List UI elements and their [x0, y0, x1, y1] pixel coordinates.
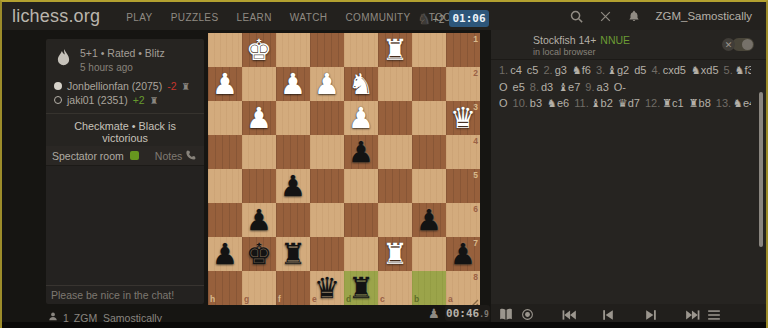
piece-white-pawn: ♟ [208, 67, 242, 101]
notifications-bell-icon[interactable] [627, 9, 641, 24]
rank-label: 7 [473, 239, 478, 248]
square-d2[interactable]: ♞ [344, 67, 378, 101]
piece-white-pawn: ♟ [276, 67, 310, 101]
piece-white-pawn: ♟ [242, 101, 276, 135]
menu-watch[interactable]: WATCH [290, 12, 328, 23]
move-number: 4. [651, 64, 660, 76]
piece-black-rook: ♜ [276, 237, 310, 271]
move-10-black[interactable]: ♞e6 [547, 97, 569, 109]
square-d5[interactable] [344, 169, 378, 203]
material-score: +2 [433, 13, 445, 25]
tab-spectator-room[interactable]: Spectator room [52, 150, 139, 162]
square-f4[interactable] [276, 135, 310, 169]
move-number: 10. [513, 97, 528, 109]
clock-tenths: .9 [479, 310, 489, 319]
move-1-white[interactable]: c4 [510, 64, 522, 76]
piece-black-pawn: ♟ [242, 203, 276, 237]
piece-black-pawn: ♟ [276, 169, 310, 203]
move-number: 3. [596, 64, 605, 76]
menu-play[interactable]: PLAY [126, 12, 152, 23]
square-b1[interactable] [412, 33, 446, 67]
top-player-clock: 01:06 [449, 10, 489, 27]
square-b8[interactable]: b [412, 271, 446, 305]
move-12-black[interactable]: ♜b8 [689, 97, 711, 109]
square-f3[interactable] [276, 101, 310, 135]
menu-puzzles[interactable]: PUZZLES [171, 12, 219, 23]
engine-nnue-label: NNUE [600, 34, 630, 46]
square-f5[interactable]: ♟ [276, 169, 310, 203]
file-label: e [312, 295, 317, 304]
toggle-pill[interactable] [732, 38, 754, 51]
square-c5[interactable] [378, 169, 412, 203]
black-rating-change: +2 [133, 94, 145, 106]
move-8-black[interactable]: ♝e7 [558, 81, 580, 93]
phone-icon[interactable] [185, 149, 197, 163]
square-h8[interactable]: h [208, 271, 242, 305]
square-f2[interactable]: ♟ [276, 67, 310, 101]
challenges-icon[interactable] [599, 10, 612, 23]
search-icon[interactable] [569, 9, 584, 24]
square-f6[interactable] [276, 203, 310, 237]
square-d4[interactable]: ♟ [344, 135, 378, 169]
square-f7[interactable]: ♜ [276, 237, 310, 271]
menu-community[interactable]: COMMUNITY [345, 12, 410, 23]
square-a6[interactable]: 6 [446, 203, 480, 237]
move-number: 11. [574, 97, 588, 109]
square-e4[interactable] [310, 135, 344, 169]
move-2-black[interactable]: ♞f6 [572, 64, 591, 76]
captured-knight-icon: ♞ [418, 11, 431, 27]
square-e6[interactable] [310, 203, 344, 237]
move-2-white[interactable]: g3 [555, 64, 567, 76]
move-9-white[interactable]: a3 [597, 81, 609, 93]
engine-name: Stockfish 14+ [533, 34, 596, 46]
move-8-white[interactable]: d3 [541, 81, 553, 93]
square-h1[interactable] [208, 33, 242, 67]
chat-tabs: Spectator room Notes [46, 146, 204, 166]
square-h7[interactable]: ♟ [208, 237, 242, 271]
square-h2[interactable]: ♟ [208, 67, 242, 101]
move-number: 13. [716, 97, 731, 109]
chess-board: ♚♜1♟♟♟♞2♟♟♛3♟4♟5♟♟6♟♚♜♜♟7hgf♛e♜dcba8 [208, 33, 480, 305]
piece-white-knight: ♞ [344, 67, 378, 101]
chat-box: Spectator room Notes Please be nice in t… [46, 146, 204, 304]
file-label: h [210, 295, 215, 304]
top-navbar: lichess.org PLAYPUZZLESLEARNWATCHCOMMUNI… [2, 2, 766, 30]
move-number: 1. [499, 64, 508, 76]
square-d8[interactable]: ♜d [344, 271, 378, 305]
move-4-black[interactable]: ♞xd5 [691, 64, 719, 76]
black-color-icon [54, 96, 62, 104]
engine-toggle[interactable]: ✕ [722, 38, 754, 51]
square-d3[interactable]: ♟ [344, 101, 378, 135]
rank-label: 3 [473, 103, 478, 112]
square-e5[interactable] [310, 169, 344, 203]
square-a4[interactable]: 4 [446, 135, 480, 169]
tab-notes[interactable]: Notes [155, 150, 182, 162]
square-f8[interactable]: f [276, 271, 310, 305]
move-11-black[interactable]: ♛d7 [618, 97, 640, 109]
square-h3[interactable] [208, 101, 242, 135]
engine-header: Stockfish 14+NNUE in local browser ✕ [491, 30, 766, 60]
piece-black-king: ♚ [242, 237, 276, 271]
rank-label: 5 [473, 171, 478, 180]
rank-label: 2 [473, 69, 478, 78]
square-c1[interactable]: ♜ [378, 33, 412, 67]
close-icon[interactable]: ✕ [722, 38, 735, 51]
move-11-white[interactable]: ♝b2 [591, 97, 613, 109]
move-number: 2. [543, 64, 552, 76]
analysis-controls [491, 304, 766, 324]
lichess-app: lichess.org PLAYPUZZLESLEARNWATCHCOMMUNI… [0, 0, 768, 328]
game-meta-header: 5+1 • Rated • Blitz 5 hours ago [46, 39, 204, 78]
move-number: 12. [645, 97, 660, 109]
white-player-row: Jonbellionfan (2075) -2 ♜ [54, 79, 196, 93]
square-g4[interactable] [242, 135, 276, 169]
toggle-knob [742, 39, 753, 50]
move-7-black[interactable]: e5 [513, 81, 525, 93]
navbar-right: ZGM_Samostically [569, 9, 753, 24]
square-f1[interactable] [276, 33, 310, 67]
square-h4[interactable] [208, 135, 242, 169]
username-menu[interactable]: ZGM_Samostically [656, 10, 753, 22]
square-g5[interactable] [242, 169, 276, 203]
bottom-player-clock: 00:46 .9 [445, 305, 490, 321]
spectator-room-label: Spectator room [52, 150, 124, 162]
square-b5[interactable] [412, 169, 446, 203]
rank-label: 1 [473, 35, 478, 44]
square-c3[interactable] [378, 101, 412, 135]
top-player-material: ♞ +2 [418, 11, 445, 27]
move-3-white[interactable]: ♝g2 [607, 64, 629, 76]
piece-black-pawn: ♟ [412, 203, 446, 237]
site-logo[interactable]: lichess.org [12, 6, 100, 27]
rank-label: 4 [473, 137, 478, 146]
piece-black-pawn: ♟ [208, 237, 242, 271]
menu-learn[interactable]: LEARN [237, 12, 272, 23]
white-color-icon [54, 82, 62, 90]
piece-white-pawn: ♟ [344, 101, 378, 135]
file-label: c [380, 295, 385, 304]
square-c7[interactable]: ♜ [378, 237, 412, 271]
rank-label: 6 [473, 205, 478, 214]
file-label: b [414, 295, 419, 304]
file-label: g [244, 295, 249, 304]
chat-input[interactable]: Please be nice in the chat! [46, 285, 204, 304]
square-d7[interactable] [344, 237, 378, 271]
move-list-scrollbar[interactable] [759, 92, 763, 247]
square-a1[interactable]: 1 [446, 33, 480, 67]
file-label: d [346, 295, 351, 304]
bottom-strip [2, 322, 766, 328]
move-1-black[interactable]: c5 [527, 64, 539, 76]
square-b3[interactable] [412, 101, 446, 135]
square-d1[interactable] [344, 33, 378, 67]
analysis-panel: Stockfish 14+NNUE in local browser ✕ 1.c… [491, 30, 766, 324]
room-open-indicator[interactable] [130, 151, 139, 160]
piece-white-rook: ♜ [378, 33, 412, 67]
rook-badge-icon: ♜ [182, 81, 191, 92]
file-label: a [448, 295, 453, 304]
square-g8[interactable]: g [242, 271, 276, 305]
rook-badge-icon: ♜ [150, 95, 159, 106]
square-c2[interactable] [378, 67, 412, 101]
black-player-row: jaki01 (2351) +2 ♜ [54, 93, 196, 107]
square-c6[interactable] [378, 203, 412, 237]
move-number: 8. [530, 81, 539, 93]
square-e8[interactable]: ♛e [310, 271, 344, 305]
square-b6[interactable]: ♟ [412, 203, 446, 237]
square-h6[interactable] [208, 203, 242, 237]
blitz-flame-icon [56, 48, 71, 72]
move-12-white[interactable]: ♜c1 [662, 97, 683, 109]
white-rating-change: -2 [167, 80, 176, 92]
square-a7[interactable]: ♟7 [446, 237, 480, 271]
square-b4[interactable] [412, 135, 446, 169]
square-e7[interactable] [310, 237, 344, 271]
square-a3[interactable]: ♛3 [446, 101, 480, 135]
square-g2[interactable] [242, 67, 276, 101]
square-g6[interactable]: ♟ [242, 203, 276, 237]
square-c4[interactable] [378, 135, 412, 169]
players-block: Jonbellionfan (2075) -2 ♜ jaki01 (2351) … [46, 78, 204, 114]
move-number: 9. [585, 81, 594, 93]
black-player-name[interactable]: jaki01 (2351) [67, 94, 128, 106]
piece-white-king: ♚ [242, 33, 276, 67]
square-g7[interactable]: ♚ [242, 237, 276, 271]
white-player-name[interactable]: Jonbellionfan (2075) [67, 80, 162, 92]
square-e3[interactable] [310, 101, 344, 135]
square-a5[interactable]: 5 [446, 169, 480, 203]
square-e1[interactable] [310, 33, 344, 67]
chat-messages [46, 166, 204, 285]
move-4-white[interactable]: cxd5 [663, 64, 686, 76]
square-d6[interactable] [344, 203, 378, 237]
move-10-white[interactable]: b3 [530, 97, 542, 109]
square-g1[interactable]: ♚ [242, 33, 276, 67]
move-5-white[interactable]: ♞f3 [735, 64, 751, 76]
piece-white-rook: ♜ [378, 237, 412, 271]
rank-label: 8 [473, 273, 478, 282]
square-b2[interactable] [412, 67, 446, 101]
move-3-black[interactable]: d5 [634, 64, 646, 76]
game-date: 5 hours ago [80, 62, 165, 73]
square-b7[interactable] [412, 237, 446, 271]
file-label: f [278, 295, 281, 304]
bottom-player-material captured-pawn-icon: ♟ [428, 306, 440, 321]
square-e2[interactable]: ♟ [310, 67, 344, 101]
piece-white-pawn: ♟ [310, 67, 344, 101]
move-list: 1.c4c52.g3♞f63.♝g2d54.cxd5♞xd55.♞f3♞c66.… [499, 62, 751, 302]
square-c8[interactable]: c [378, 271, 412, 305]
move-13-white[interactable]: ♞e4 [733, 97, 751, 109]
move-number: 5. [724, 64, 733, 76]
clock-time: 00:46 [446, 307, 479, 320]
piece-black-pawn: ♟ [344, 135, 378, 169]
square-h5[interactable] [208, 169, 242, 203]
time-control-label: 5+1 • Rated • Blitz [80, 47, 165, 59]
square-a2[interactable]: 2 [446, 67, 480, 101]
square-g3[interactable]: ♟ [242, 101, 276, 135]
